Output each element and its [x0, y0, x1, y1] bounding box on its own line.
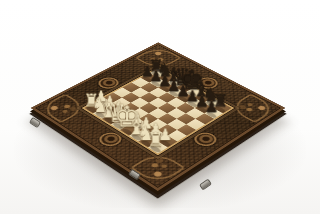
piece-white-rook: ♜ — [130, 130, 181, 149]
chess-board: ♜♞♝♛♚♝♞♜♟♟♟♟♟♟♟♟♟♟♟♟♟♟♟♟♜♞♝♛♚♝♞♜ — [31, 42, 286, 191]
photo-stage: ♜♞♝♛♚♝♞♜♟♟♟♟♟♟♟♟♟♟♟♟♟♟♟♟♜♞♝♛♚♝♞♜ — [0, 0, 320, 214]
piece-black-pawn: ♟ — [187, 99, 236, 114]
scene-3d: ♜♞♝♛♚♝♞♜♟♟♟♟♟♟♟♟♟♟♟♟♟♟♟♟♜♞♝♛♚♝♞♜ — [0, 0, 320, 214]
